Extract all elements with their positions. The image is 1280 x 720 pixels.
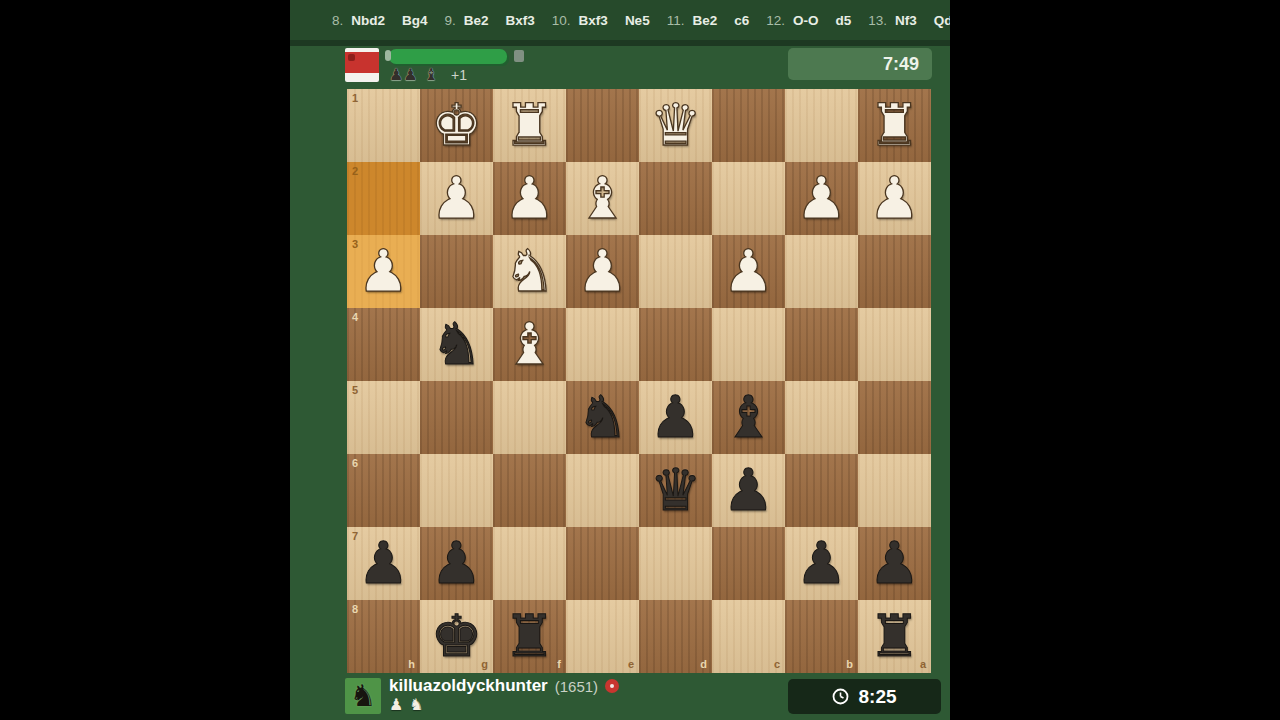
square-e4[interactable] (566, 308, 639, 381)
square-a8[interactable]: a♜ (858, 600, 931, 673)
flag-emblem-icon (348, 54, 355, 61)
square-b6[interactable] (785, 454, 858, 527)
black-pawn-g7[interactable]: ♟ (431, 527, 483, 600)
move-token[interactable]: Be2 (464, 13, 489, 28)
square-a5[interactable] (858, 381, 931, 454)
square-d1[interactable]: ♛ (639, 89, 712, 162)
square-c2[interactable] (712, 162, 785, 235)
move-token[interactable]: Ne5 (625, 13, 650, 28)
square-e7[interactable] (566, 527, 639, 600)
square-b8[interactable]: b (785, 600, 858, 673)
rank-label-3: 3 (352, 238, 358, 250)
captured-white-knight-icon: ♞ (409, 695, 423, 714)
black-rook-f8[interactable]: ♜ (504, 600, 556, 673)
chess-board[interactable]: 1♚♜♛♜2♟♟♝♟♟3♟♞♟♟4♞♝5♞♟♝6♛♟7♟♟♟♟8hg♚f♜edc… (347, 89, 931, 673)
black-knight-avatar-icon: ♞ (350, 678, 377, 714)
square-h5[interactable]: 5 (347, 381, 420, 454)
captured-white-pawn-icon: ♟ (389, 695, 403, 714)
square-d2[interactable] (639, 162, 712, 235)
file-label-g: g (481, 658, 488, 670)
white-queen-d1[interactable]: ♛ (650, 89, 702, 162)
square-c1[interactable] (712, 89, 785, 162)
top-clock-time: 7:49 (883, 54, 919, 75)
badge-icon (514, 50, 524, 62)
bottom-captured-pieces: ♟♞ (389, 695, 424, 715)
move-number[interactable]: 12. (766, 13, 785, 28)
square-b4[interactable] (785, 308, 858, 381)
square-f3[interactable]: ♞ (493, 235, 566, 308)
move-token[interactable]: Nbd2 (351, 13, 385, 28)
square-a2[interactable]: ♟ (858, 162, 931, 235)
black-pawn-a7[interactable]: ♟ (869, 527, 921, 600)
black-knight-e5[interactable]: ♞ (577, 381, 629, 454)
top-player-clock: 7:49 (788, 48, 932, 80)
black-king-g8[interactable]: ♚ (431, 600, 483, 673)
square-g8[interactable]: g♚ (420, 600, 493, 673)
square-g1[interactable]: ♚ (420, 89, 493, 162)
square-e1[interactable] (566, 89, 639, 162)
bottom-player-clock: 8:25 (788, 679, 941, 714)
black-knight-g4[interactable]: ♞ (431, 308, 483, 381)
black-queen-d6[interactable]: ♛ (650, 454, 702, 527)
move-number[interactable]: 9. (445, 13, 456, 28)
move-number[interactable]: 8. (332, 13, 343, 28)
square-g4[interactable]: ♞ (420, 308, 493, 381)
square-a6[interactable] (858, 454, 931, 527)
square-h1[interactable]: 1 (347, 89, 420, 162)
square-h2[interactable]: 2 (347, 162, 420, 235)
square-e2[interactable]: ♝ (566, 162, 639, 235)
black-bishop-c5[interactable]: ♝ (723, 381, 775, 454)
rank-label-5: 5 (352, 384, 358, 396)
square-d5[interactable]: ♟ (639, 381, 712, 454)
square-c3[interactable]: ♟ (712, 235, 785, 308)
square-f1[interactable]: ♜ (493, 89, 566, 162)
square-f4[interactable]: ♝ (493, 308, 566, 381)
square-b7[interactable]: ♟ (785, 527, 858, 600)
move-number[interactable]: 13. (868, 13, 887, 28)
move-token[interactable]: c6 (734, 13, 749, 28)
move-number[interactable]: 10. (552, 13, 571, 28)
bottom-player-avatar[interactable]: ♞ (345, 678, 381, 714)
square-d7[interactable] (639, 527, 712, 600)
square-e8[interactable]: e (566, 600, 639, 673)
black-pawn-c6[interactable]: ♟ (723, 454, 775, 527)
black-pawn-b7[interactable]: ♟ (796, 527, 848, 600)
file-label-b: b (846, 658, 853, 670)
move-token[interactable]: Nf3 (895, 13, 917, 28)
square-h6[interactable]: 6 (347, 454, 420, 527)
square-c7[interactable] (712, 527, 785, 600)
square-g2[interactable]: ♟ (420, 162, 493, 235)
square-f2[interactable]: ♟ (493, 162, 566, 235)
bottom-player-name: killuazoldyckhunter (389, 676, 548, 696)
move-token[interactable]: Bxf3 (506, 13, 535, 28)
rank-label-8: 8 (352, 603, 358, 615)
black-pawn-d5[interactable]: ♟ (650, 381, 702, 454)
bottom-player-rating: (1651) (555, 678, 598, 695)
file-label-f: f (557, 658, 561, 670)
square-c5[interactable]: ♝ (712, 381, 785, 454)
square-c8[interactable]: c (712, 600, 785, 673)
square-b2[interactable]: ♟ (785, 162, 858, 235)
square-c6[interactable]: ♟ (712, 454, 785, 527)
clock-icon (832, 688, 849, 705)
file-label-a: a (920, 658, 926, 670)
square-h7[interactable]: 7♟ (347, 527, 420, 600)
move-token[interactable]: d5 (835, 13, 851, 28)
file-label-c: c (774, 658, 780, 670)
white-king-g1[interactable]: ♚ (431, 89, 483, 162)
square-e5[interactable]: ♞ (566, 381, 639, 454)
material-advantage: +1 (451, 67, 467, 83)
square-a1[interactable]: ♜ (858, 89, 931, 162)
rank-label-1: 1 (352, 92, 358, 104)
file-label-h: h (408, 658, 415, 670)
rank-label-7: 7 (352, 530, 358, 542)
square-g3[interactable] (420, 235, 493, 308)
square-d4[interactable] (639, 308, 712, 381)
move-token[interactable]: Qd6 (934, 13, 950, 28)
white-pawn-h3[interactable]: ♟ (358, 235, 410, 308)
square-f5[interactable] (493, 381, 566, 454)
square-d3[interactable] (639, 235, 712, 308)
file-label-d: d (700, 658, 707, 670)
move-list-bar[interactable]: 8.Nbd2Bg49.Be2Bxf310.Bxf3Ne511.Be2c612.O… (290, 0, 950, 40)
square-g5[interactable] (420, 381, 493, 454)
captured-black-bishop-icon: ♝ (424, 65, 438, 84)
square-f7[interactable] (493, 527, 566, 600)
white-rook-f1[interactable]: ♜ (504, 89, 556, 162)
square-b5[interactable] (785, 381, 858, 454)
black-pawn-h7[interactable]: ♟ (358, 527, 410, 600)
white-pawn-g2[interactable]: ♟ (431, 162, 483, 235)
square-c4[interactable] (712, 308, 785, 381)
square-d6[interactable]: ♛ (639, 454, 712, 527)
top-player-avatar[interactable] (345, 48, 379, 82)
white-knight-f3[interactable]: ♞ (504, 235, 556, 308)
square-h3[interactable]: 3♟ (347, 235, 420, 308)
square-b3[interactable] (785, 235, 858, 308)
square-g7[interactable]: ♟ (420, 527, 493, 600)
square-h4[interactable]: 4 (347, 308, 420, 381)
white-bishop-e2[interactable]: ♝ (577, 162, 629, 235)
square-a3[interactable] (858, 235, 931, 308)
rank-label-2: 2 (352, 165, 358, 177)
move-token[interactable]: Bg4 (402, 13, 428, 28)
app-stage: 8.Nbd2Bg49.Be2Bxf310.Bxf3Ne511.Be2c612.O… (290, 0, 950, 720)
white-pawn-c3[interactable]: ♟ (723, 235, 775, 308)
white-rook-a1[interactable]: ♜ (869, 89, 921, 162)
bottom-clock-time: 8:25 (858, 686, 896, 708)
rank-label-4: 4 (352, 311, 358, 323)
top-captured-pieces: ♟♟♝ +1 (389, 65, 467, 85)
move-token[interactable]: O-O (793, 13, 819, 28)
censored-name-overlay (389, 49, 507, 64)
move-number[interactable]: 11. (667, 13, 685, 28)
rank-label-6: 6 (352, 457, 358, 469)
white-bishop-f4[interactable]: ♝ (504, 308, 556, 381)
move-token[interactable]: Bxf3 (579, 13, 608, 28)
square-d8[interactable]: d (639, 600, 712, 673)
country-flag-icon (605, 679, 619, 693)
white-pawn-e3[interactable]: ♟ (577, 235, 629, 308)
white-pawn-a2[interactable]: ♟ (869, 162, 921, 235)
square-a4[interactable] (858, 308, 931, 381)
white-pawn-f2[interactable]: ♟ (504, 162, 556, 235)
square-b1[interactable] (785, 89, 858, 162)
square-a7[interactable]: ♟ (858, 527, 931, 600)
black-rook-a8[interactable]: ♜ (869, 600, 921, 673)
square-e6[interactable] (566, 454, 639, 527)
square-f8[interactable]: f♜ (493, 600, 566, 673)
square-f6[interactable] (493, 454, 566, 527)
move-token[interactable]: Be2 (692, 13, 717, 28)
white-pawn-b2[interactable]: ♟ (796, 162, 848, 235)
file-label-e: e (628, 658, 634, 670)
captured-black-pawn-icon: ♟ (389, 65, 403, 84)
square-g6[interactable] (420, 454, 493, 527)
square-e3[interactable]: ♟ (566, 235, 639, 308)
square-h8[interactable]: 8h (347, 600, 420, 673)
captured-black-pawn-icon: ♟ (403, 65, 417, 84)
